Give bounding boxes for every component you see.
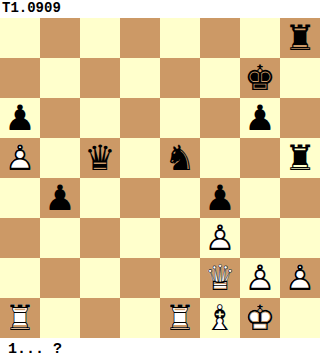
square-d3[interactable] bbox=[120, 218, 160, 258]
square-f3[interactable]: ♟♙ bbox=[200, 218, 240, 258]
square-h2[interactable]: ♟♙ bbox=[280, 258, 320, 298]
square-g4[interactable] bbox=[240, 178, 280, 218]
square-h7[interactable] bbox=[280, 58, 320, 98]
square-f2[interactable]: ♛♕ bbox=[200, 258, 240, 298]
square-h6[interactable] bbox=[280, 98, 320, 138]
piece-white-rook[interactable]: ♖ bbox=[0, 298, 40, 338]
square-g3[interactable] bbox=[240, 218, 280, 258]
square-e8[interactable] bbox=[160, 18, 200, 58]
piece-white-queen[interactable]: ♕ bbox=[200, 258, 240, 298]
piece-white-king[interactable]: ♔ bbox=[240, 298, 280, 338]
square-c5[interactable]: ♛ bbox=[80, 138, 120, 178]
piece-white-pawn[interactable]: ♙ bbox=[200, 218, 240, 258]
piece-black-rook[interactable]: ♜ bbox=[280, 18, 320, 58]
puzzle-id: T1.0909 bbox=[0, 0, 320, 18]
square-f4[interactable]: ♟ bbox=[200, 178, 240, 218]
square-c6[interactable] bbox=[80, 98, 120, 138]
square-b3[interactable] bbox=[40, 218, 80, 258]
square-f1[interactable]: ♝♗ bbox=[200, 298, 240, 338]
chess-puzzle-app: T1.0909 ♜♚♟♟♟♙♛♞♜♟♟♟♙♛♕♟♙♟♙♜♖♜♖♝♗♚♔ 1...… bbox=[0, 0, 320, 360]
piece-black-pawn[interactable]: ♟ bbox=[40, 178, 80, 218]
square-c8[interactable] bbox=[80, 18, 120, 58]
square-b2[interactable] bbox=[40, 258, 80, 298]
piece-black-pawn[interactable]: ♟ bbox=[200, 178, 240, 218]
square-d7[interactable] bbox=[120, 58, 160, 98]
square-e3[interactable] bbox=[160, 218, 200, 258]
square-d1[interactable] bbox=[120, 298, 160, 338]
square-h3[interactable] bbox=[280, 218, 320, 258]
square-f8[interactable] bbox=[200, 18, 240, 58]
move-prompt: 1... ? bbox=[0, 338, 320, 360]
square-d5[interactable] bbox=[120, 138, 160, 178]
square-g2[interactable]: ♟♙ bbox=[240, 258, 280, 298]
square-e7[interactable] bbox=[160, 58, 200, 98]
square-b1[interactable] bbox=[40, 298, 80, 338]
square-a7[interactable] bbox=[0, 58, 40, 98]
square-e6[interactable] bbox=[160, 98, 200, 138]
piece-white-rook[interactable]: ♖ bbox=[160, 298, 200, 338]
square-h4[interactable] bbox=[280, 178, 320, 218]
piece-white-pawn[interactable]: ♙ bbox=[240, 258, 280, 298]
square-e1[interactable]: ♜♖ bbox=[160, 298, 200, 338]
piece-white-pawn[interactable]: ♙ bbox=[280, 258, 320, 298]
square-c3[interactable] bbox=[80, 218, 120, 258]
square-b4[interactable]: ♟ bbox=[40, 178, 80, 218]
square-a6[interactable]: ♟ bbox=[0, 98, 40, 138]
square-g1[interactable]: ♚♔ bbox=[240, 298, 280, 338]
square-a3[interactable] bbox=[0, 218, 40, 258]
square-d4[interactable] bbox=[120, 178, 160, 218]
square-h1[interactable] bbox=[280, 298, 320, 338]
square-e4[interactable] bbox=[160, 178, 200, 218]
piece-black-pawn[interactable]: ♟ bbox=[0, 98, 40, 138]
piece-black-knight[interactable]: ♞ bbox=[160, 138, 200, 178]
piece-black-queen[interactable]: ♛ bbox=[80, 138, 120, 178]
square-f5[interactable] bbox=[200, 138, 240, 178]
chess-board: ♜♚♟♟♟♙♛♞♜♟♟♟♙♛♕♟♙♟♙♜♖♜♖♝♗♚♔ bbox=[0, 18, 320, 338]
square-e2[interactable] bbox=[160, 258, 200, 298]
square-a5[interactable]: ♟♙ bbox=[0, 138, 40, 178]
piece-white-pawn[interactable]: ♙ bbox=[0, 138, 40, 178]
piece-black-rook[interactable]: ♜ bbox=[280, 138, 320, 178]
square-a4[interactable] bbox=[0, 178, 40, 218]
piece-black-king[interactable]: ♚ bbox=[240, 58, 280, 98]
square-b7[interactable] bbox=[40, 58, 80, 98]
square-b8[interactable] bbox=[40, 18, 80, 58]
square-g8[interactable] bbox=[240, 18, 280, 58]
square-c2[interactable] bbox=[80, 258, 120, 298]
square-f6[interactable] bbox=[200, 98, 240, 138]
square-a1[interactable]: ♜♖ bbox=[0, 298, 40, 338]
square-d8[interactable] bbox=[120, 18, 160, 58]
square-c7[interactable] bbox=[80, 58, 120, 98]
square-b6[interactable] bbox=[40, 98, 80, 138]
square-g5[interactable] bbox=[240, 138, 280, 178]
square-f7[interactable] bbox=[200, 58, 240, 98]
square-h5[interactable]: ♜ bbox=[280, 138, 320, 178]
square-d6[interactable] bbox=[120, 98, 160, 138]
square-c4[interactable] bbox=[80, 178, 120, 218]
square-c1[interactable] bbox=[80, 298, 120, 338]
square-g6[interactable]: ♟ bbox=[240, 98, 280, 138]
square-b5[interactable] bbox=[40, 138, 80, 178]
square-g7[interactable]: ♚ bbox=[240, 58, 280, 98]
piece-white-bishop[interactable]: ♗ bbox=[200, 298, 240, 338]
square-h8[interactable]: ♜ bbox=[280, 18, 320, 58]
piece-black-pawn[interactable]: ♟ bbox=[240, 98, 280, 138]
square-a8[interactable] bbox=[0, 18, 40, 58]
square-d2[interactable] bbox=[120, 258, 160, 298]
square-a2[interactable] bbox=[0, 258, 40, 298]
square-e5[interactable]: ♞ bbox=[160, 138, 200, 178]
